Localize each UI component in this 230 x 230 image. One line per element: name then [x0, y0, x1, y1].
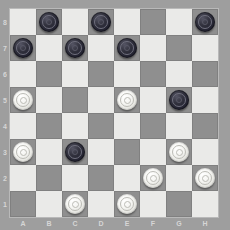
- square-e2[interactable]: [114, 165, 140, 191]
- square-a4[interactable]: [10, 113, 36, 139]
- rank-label-3: 3: [0, 139, 10, 165]
- square-f4[interactable]: [140, 113, 166, 139]
- white-man-e1[interactable]: [117, 194, 137, 214]
- square-a2[interactable]: [10, 165, 36, 191]
- square-e1[interactable]: [114, 191, 140, 217]
- square-f7[interactable]: [140, 35, 166, 61]
- file-labels: ABCDEFGH: [10, 217, 218, 230]
- square-h4[interactable]: [192, 113, 218, 139]
- square-d4[interactable]: [88, 113, 114, 139]
- square-f5[interactable]: [140, 87, 166, 113]
- square-c4[interactable]: [62, 113, 88, 139]
- square-a3[interactable]: [10, 139, 36, 165]
- square-h1[interactable]: [192, 191, 218, 217]
- black-man-c3[interactable]: [65, 142, 85, 162]
- square-c6[interactable]: [62, 61, 88, 87]
- square-g7[interactable]: [166, 35, 192, 61]
- square-h6[interactable]: [192, 61, 218, 87]
- square-h3[interactable]: [192, 139, 218, 165]
- square-a5[interactable]: [10, 87, 36, 113]
- square-d5[interactable]: [88, 87, 114, 113]
- square-e5[interactable]: [114, 87, 140, 113]
- square-h8[interactable]: [192, 9, 218, 35]
- white-man-a5[interactable]: [13, 90, 33, 110]
- square-f1[interactable]: [140, 191, 166, 217]
- file-label-f: F: [140, 217, 166, 230]
- rank-label-4: 4: [0, 113, 10, 139]
- black-man-c7[interactable]: [65, 38, 85, 58]
- square-e3[interactable]: [114, 139, 140, 165]
- square-f8[interactable]: [140, 9, 166, 35]
- square-c7[interactable]: [62, 35, 88, 61]
- square-b8[interactable]: [36, 9, 62, 35]
- square-b2[interactable]: [36, 165, 62, 191]
- rank-label-5: 5: [0, 87, 10, 113]
- square-b6[interactable]: [36, 61, 62, 87]
- square-g2[interactable]: [166, 165, 192, 191]
- square-b7[interactable]: [36, 35, 62, 61]
- black-man-e7[interactable]: [117, 38, 137, 58]
- rank-labels: 87654321: [0, 9, 10, 217]
- square-b4[interactable]: [36, 113, 62, 139]
- white-man-a3[interactable]: [13, 142, 33, 162]
- square-g6[interactable]: [166, 61, 192, 87]
- square-d2[interactable]: [88, 165, 114, 191]
- file-label-b: B: [36, 217, 62, 230]
- square-g1[interactable]: [166, 191, 192, 217]
- square-d7[interactable]: [88, 35, 114, 61]
- white-man-e5[interactable]: [117, 90, 137, 110]
- square-d8[interactable]: [88, 9, 114, 35]
- black-man-b8[interactable]: [39, 12, 59, 32]
- square-e6[interactable]: [114, 61, 140, 87]
- square-e8[interactable]: [114, 9, 140, 35]
- square-g4[interactable]: [166, 113, 192, 139]
- square-h2[interactable]: [192, 165, 218, 191]
- checkers-board-frame: 87654321 ABCDEFGH: [0, 0, 230, 230]
- file-label-g: G: [166, 217, 192, 230]
- square-e7[interactable]: [114, 35, 140, 61]
- square-a1[interactable]: [10, 191, 36, 217]
- square-b5[interactable]: [36, 87, 62, 113]
- file-label-d: D: [88, 217, 114, 230]
- square-h5[interactable]: [192, 87, 218, 113]
- square-a7[interactable]: [10, 35, 36, 61]
- square-b1[interactable]: [36, 191, 62, 217]
- square-f3[interactable]: [140, 139, 166, 165]
- rank-label-8: 8: [0, 9, 10, 35]
- square-g5[interactable]: [166, 87, 192, 113]
- square-b3[interactable]: [36, 139, 62, 165]
- square-g3[interactable]: [166, 139, 192, 165]
- file-label-h: H: [192, 217, 218, 230]
- square-a6[interactable]: [10, 61, 36, 87]
- square-e4[interactable]: [114, 113, 140, 139]
- square-c5[interactable]: [62, 87, 88, 113]
- white-man-f2[interactable]: [143, 168, 163, 188]
- square-f6[interactable]: [140, 61, 166, 87]
- file-label-e: E: [114, 217, 140, 230]
- white-man-h2[interactable]: [195, 168, 215, 188]
- white-man-g3[interactable]: [169, 142, 189, 162]
- square-c8[interactable]: [62, 9, 88, 35]
- file-label-c: C: [62, 217, 88, 230]
- square-g8[interactable]: [166, 9, 192, 35]
- rank-label-7: 7: [0, 35, 10, 61]
- checkers-board: [10, 9, 218, 217]
- rank-label-1: 1: [0, 191, 10, 217]
- black-man-h8[interactable]: [195, 12, 215, 32]
- black-man-d8[interactable]: [91, 12, 111, 32]
- square-d1[interactable]: [88, 191, 114, 217]
- square-f2[interactable]: [140, 165, 166, 191]
- square-d6[interactable]: [88, 61, 114, 87]
- square-d3[interactable]: [88, 139, 114, 165]
- black-man-a7[interactable]: [13, 38, 33, 58]
- square-c1[interactable]: [62, 191, 88, 217]
- white-man-c1[interactable]: [65, 194, 85, 214]
- file-label-a: A: [10, 217, 36, 230]
- square-c2[interactable]: [62, 165, 88, 191]
- square-h7[interactable]: [192, 35, 218, 61]
- black-man-g5[interactable]: [169, 90, 189, 110]
- square-c3[interactable]: [62, 139, 88, 165]
- rank-label-6: 6: [0, 61, 10, 87]
- square-a8[interactable]: [10, 9, 36, 35]
- rank-label-2: 2: [0, 165, 10, 191]
